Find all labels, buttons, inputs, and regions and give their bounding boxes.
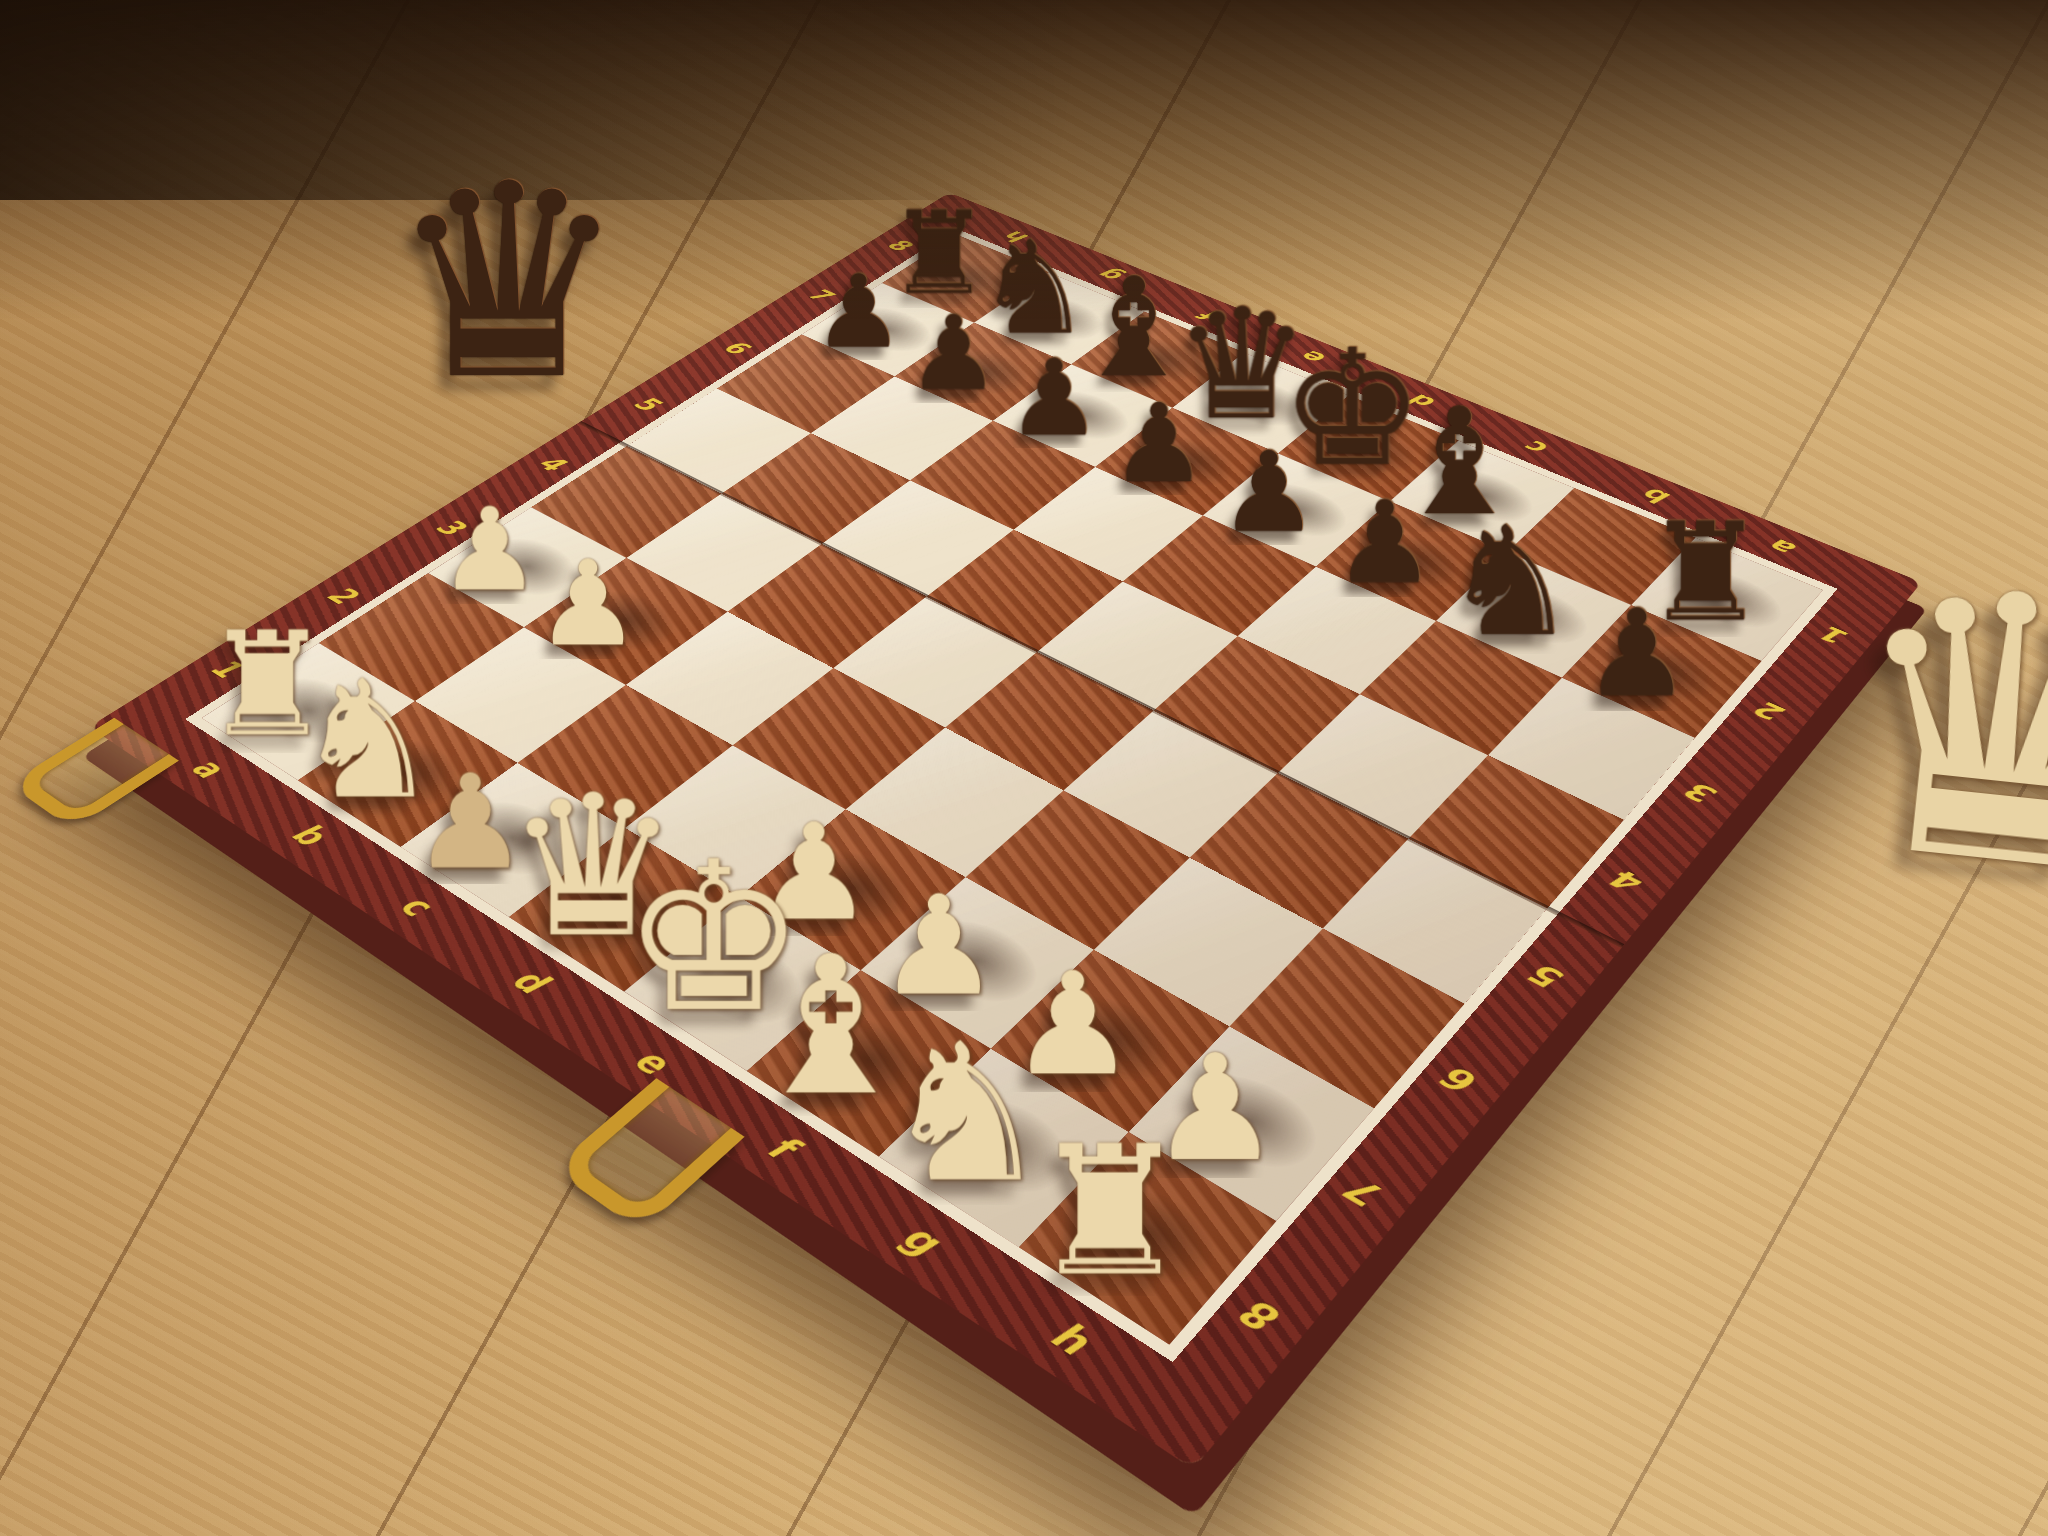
photo-scene: abcdefgh abcdefgh 87654321 87654321 ♜♞♝♛… — [0, 0, 2048, 1536]
square-c4 — [727, 544, 926, 668]
white-pawn-b3: ♟ — [516, 547, 660, 659]
square-h7: ♟ — [1562, 605, 1761, 737]
black-queen-icon: ♛ — [388, 148, 628, 416]
white-rook-h1: ♜ — [1016, 1127, 1203, 1297]
black-pawn-h7: ♟ — [1563, 596, 1710, 710]
spare-white-queen: ♛ — [1820, 532, 2048, 932]
black-knight-g7: ♞ — [1438, 511, 1581, 654]
spare-black-queen: ♛ — [388, 148, 628, 416]
white-queen-icon: ♛ — [1820, 532, 2048, 932]
black-pawn-f7: ♟ — [1316, 489, 1456, 597]
